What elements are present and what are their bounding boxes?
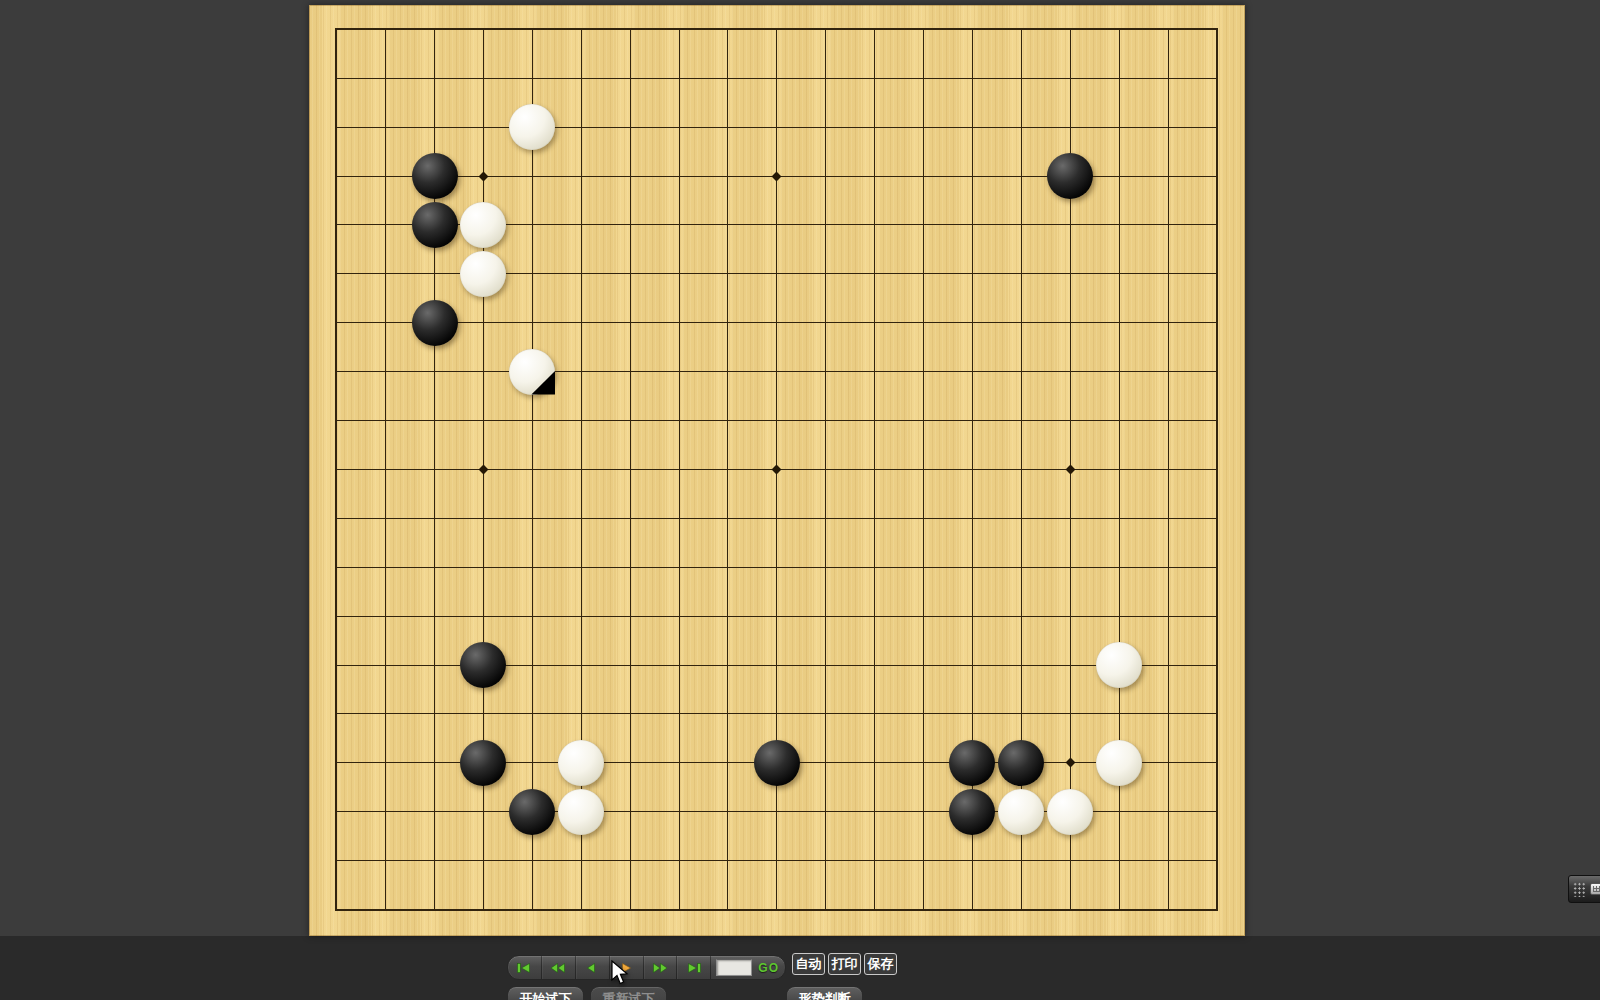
nav-first-button[interactable] — [508, 956, 542, 979]
skip-to-end-icon — [686, 962, 702, 974]
black-stone — [412, 153, 458, 199]
white-stone — [1096, 740, 1142, 786]
nav-fast-forward-button[interactable] — [644, 956, 678, 979]
double-left-arrow-icon — [550, 962, 566, 974]
black-stone — [998, 740, 1044, 786]
position-judgment-button[interactable]: 形势判断 — [786, 986, 863, 1000]
white-stone — [460, 202, 506, 248]
grid-line-v — [1168, 29, 1169, 909]
board-grid — [309, 5, 1245, 936]
nav-last-button[interactable] — [677, 956, 711, 979]
auto-play-button[interactable]: 自动 — [792, 953, 825, 975]
drag-dots-icon — [1573, 882, 1586, 897]
black-stone — [754, 740, 800, 786]
white-stone — [558, 789, 604, 835]
black-stone — [1047, 153, 1093, 199]
white-stone — [558, 740, 604, 786]
grid-line-v — [874, 29, 875, 909]
black-stone — [949, 789, 995, 835]
double-right-arrow-icon — [652, 962, 668, 974]
left-arrow-icon — [584, 962, 600, 974]
start-trial-button[interactable]: 开始试下 — [507, 986, 584, 1000]
grid-line-h — [337, 518, 1217, 519]
grid-line-h — [337, 713, 1217, 714]
move-navigation-bar: GO — [507, 955, 786, 980]
nav-back-button[interactable] — [576, 956, 610, 979]
grid-line-h — [337, 567, 1217, 568]
skip-to-start-icon — [516, 962, 532, 974]
move-number-input[interactable] — [716, 959, 752, 976]
mouse-cursor — [610, 960, 630, 990]
black-stone — [412, 300, 458, 346]
grid-line-h — [337, 616, 1217, 617]
grid-line-v — [825, 29, 826, 909]
white-stone — [1047, 789, 1093, 835]
keyboard-icon — [1590, 883, 1600, 895]
go-button[interactable]: GO — [756, 961, 785, 975]
grid-line-h — [337, 860, 1217, 861]
nav-fast-rewind-button[interactable] — [542, 956, 576, 979]
ime-toolbar[interactable] — [1568, 875, 1600, 903]
black-stone — [412, 202, 458, 248]
save-button[interactable]: 保存 — [864, 953, 897, 975]
black-stone — [460, 740, 506, 786]
white-stone — [460, 251, 506, 297]
black-stone — [949, 740, 995, 786]
app-window: GO 自动 打印 保存 开始试下 重新试下 形势判断 — [0, 0, 1600, 1000]
white-stone — [998, 789, 1044, 835]
grid-line-v — [923, 29, 924, 909]
white-stone — [1096, 642, 1142, 688]
black-stone — [509, 789, 555, 835]
go-board[interactable] — [309, 5, 1245, 936]
print-button[interactable]: 打印 — [828, 953, 861, 975]
